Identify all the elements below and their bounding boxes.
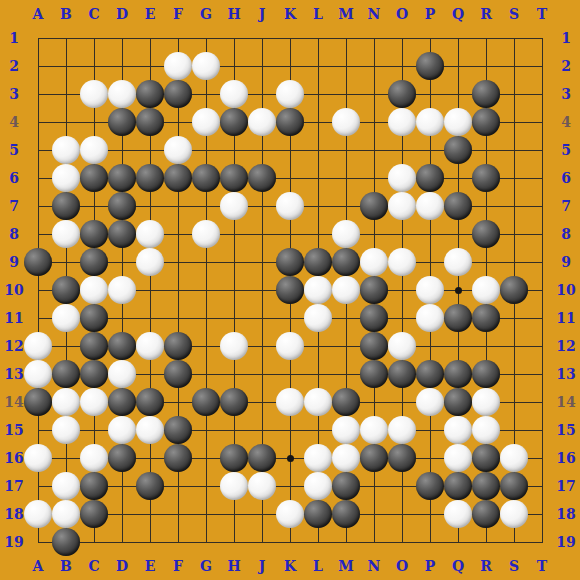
black-stone-Q7 [444,192,472,220]
black-stone-K9 [276,248,304,276]
column-label-bottom-A: A [24,552,52,580]
column-label-top-Q: Q [444,0,472,28]
white-stone-Q4 [444,108,472,136]
black-stone-P2 [416,52,444,80]
white-stone-L16 [304,444,332,472]
black-stone-P13 [416,360,444,388]
column-label-bottom-J: J [248,552,276,580]
go-board: AABBCCDDEEFFGGHHJJKKLLMMNNOOPPQQRRSSTT11… [0,0,580,580]
black-stone-K4 [276,108,304,136]
row-label-left-8: 8 [0,220,28,248]
white-stone-P7 [416,192,444,220]
black-stone-R4 [472,108,500,136]
white-stone-A18 [24,500,52,528]
white-stone-A16 [24,444,52,472]
row-label-left-15: 15 [0,416,28,444]
white-stone-O6 [388,164,416,192]
white-stone-C14 [80,388,108,416]
black-stone-R16 [472,444,500,472]
white-stone-M15 [332,416,360,444]
column-label-top-M: M [332,0,360,28]
black-stone-L9 [304,248,332,276]
white-stone-B5 [52,136,80,164]
column-label-top-K: K [276,0,304,28]
white-stone-B18 [52,500,80,528]
white-stone-D13 [108,360,136,388]
black-stone-A14 [24,388,52,416]
white-stone-K3 [276,80,304,108]
star-point-K16 [287,455,294,462]
black-stone-D4 [108,108,136,136]
white-stone-D15 [108,416,136,444]
column-label-top-R: R [472,0,500,28]
white-stone-H3 [220,80,248,108]
black-stone-C9 [80,248,108,276]
column-label-top-N: N [360,0,388,28]
column-label-bottom-M: M [332,552,360,580]
white-stone-E9 [136,248,164,276]
white-stone-M10 [332,276,360,304]
black-stone-H4 [220,108,248,136]
white-stone-B11 [52,304,80,332]
column-label-top-J: J [248,0,276,28]
row-label-right-2: 2 [552,52,580,80]
black-stone-E4 [136,108,164,136]
black-stone-B10 [52,276,80,304]
row-label-left-10: 10 [0,276,28,304]
black-stone-F6 [164,164,192,192]
black-stone-D7 [108,192,136,220]
black-stone-C8 [80,220,108,248]
black-stone-Q11 [444,304,472,332]
white-stone-E12 [136,332,164,360]
row-label-left-17: 17 [0,472,28,500]
column-label-top-L: L [304,0,332,28]
black-stone-M18 [332,500,360,528]
row-label-right-5: 5 [552,136,580,164]
row-label-left-4: 4 [0,108,28,136]
black-stone-G14 [192,388,220,416]
white-stone-B14 [52,388,80,416]
black-stone-M9 [332,248,360,276]
white-stone-N15 [360,416,388,444]
white-stone-L14 [304,388,332,416]
column-label-bottom-N: N [360,552,388,580]
column-label-top-F: F [164,0,192,28]
row-label-right-4: 4 [552,108,580,136]
black-stone-O13 [388,360,416,388]
column-label-top-P: P [416,0,444,28]
black-stone-Q14 [444,388,472,416]
white-stone-O12 [388,332,416,360]
black-stone-E14 [136,388,164,416]
white-stone-L10 [304,276,332,304]
white-stone-R14 [472,388,500,416]
black-stone-C12 [80,332,108,360]
white-stone-B6 [52,164,80,192]
column-label-top-B: B [52,0,80,28]
row-label-right-7: 7 [552,192,580,220]
black-stone-H14 [220,388,248,416]
white-stone-B17 [52,472,80,500]
black-stone-E17 [136,472,164,500]
black-stone-E6 [136,164,164,192]
black-stone-G6 [192,164,220,192]
column-label-bottom-H: H [220,552,248,580]
black-stone-C6 [80,164,108,192]
row-label-right-11: 11 [552,304,580,332]
white-stone-L17 [304,472,332,500]
black-stone-E3 [136,80,164,108]
row-label-right-3: 3 [552,80,580,108]
column-label-bottom-O: O [388,552,416,580]
black-stone-J16 [248,444,276,472]
black-stone-D14 [108,388,136,416]
black-stone-R18 [472,500,500,528]
black-stone-D12 [108,332,136,360]
black-stone-Q5 [444,136,472,164]
white-stone-J17 [248,472,276,500]
row-label-right-17: 17 [552,472,580,500]
white-stone-Q9 [444,248,472,276]
black-stone-F16 [164,444,192,472]
black-stone-D8 [108,220,136,248]
column-label-bottom-B: B [52,552,80,580]
black-stone-M14 [332,388,360,416]
row-label-right-1: 1 [552,24,580,52]
black-stone-K10 [276,276,304,304]
black-stone-N11 [360,304,388,332]
black-stone-H6 [220,164,248,192]
column-label-bottom-D: D [108,552,136,580]
black-stone-B13 [52,360,80,388]
white-stone-B8 [52,220,80,248]
black-stone-N7 [360,192,388,220]
black-stone-B19 [52,528,80,556]
black-stone-C13 [80,360,108,388]
black-stone-A9 [24,248,52,276]
black-stone-D6 [108,164,136,192]
white-stone-O4 [388,108,416,136]
black-stone-F15 [164,416,192,444]
column-label-top-S: S [500,0,528,28]
black-stone-F12 [164,332,192,360]
black-stone-R6 [472,164,500,192]
column-label-bottom-T: T [528,552,556,580]
column-label-bottom-S: S [500,552,528,580]
white-stone-N9 [360,248,388,276]
white-stone-G2 [192,52,220,80]
column-label-top-G: G [192,0,220,28]
white-stone-G4 [192,108,220,136]
white-stone-A12 [24,332,52,360]
black-stone-R11 [472,304,500,332]
black-stone-P6 [416,164,444,192]
row-label-right-16: 16 [552,444,580,472]
white-stone-D3 [108,80,136,108]
white-stone-K7 [276,192,304,220]
black-stone-H16 [220,444,248,472]
white-stone-L11 [304,304,332,332]
white-stone-S16 [500,444,528,472]
black-stone-N12 [360,332,388,360]
row-label-right-19: 19 [552,528,580,556]
black-stone-F3 [164,80,192,108]
white-stone-C16 [80,444,108,472]
star-point-Q10 [455,287,462,294]
white-stone-B15 [52,416,80,444]
white-stone-P10 [416,276,444,304]
white-stone-E8 [136,220,164,248]
white-stone-R10 [472,276,500,304]
white-stone-R15 [472,416,500,444]
column-label-bottom-R: R [472,552,500,580]
black-stone-R13 [472,360,500,388]
white-stone-F5 [164,136,192,164]
row-label-left-11: 11 [0,304,28,332]
white-stone-K18 [276,500,304,528]
white-stone-D10 [108,276,136,304]
column-label-top-A: A [24,0,52,28]
white-stone-J4 [248,108,276,136]
white-stone-C5 [80,136,108,164]
white-stone-K14 [276,388,304,416]
white-stone-H12 [220,332,248,360]
row-label-right-14: 14 [552,388,580,416]
white-stone-O7 [388,192,416,220]
white-stone-M16 [332,444,360,472]
black-stone-S17 [500,472,528,500]
black-stone-B7 [52,192,80,220]
column-label-top-D: D [108,0,136,28]
column-label-bottom-G: G [192,552,220,580]
column-label-bottom-Q: Q [444,552,472,580]
column-label-bottom-F: F [164,552,192,580]
column-label-bottom-P: P [416,552,444,580]
white-stone-Q18 [444,500,472,528]
white-stone-Q16 [444,444,472,472]
row-label-right-8: 8 [552,220,580,248]
white-stone-H17 [220,472,248,500]
column-label-top-C: C [80,0,108,28]
black-stone-C18 [80,500,108,528]
row-label-right-10: 10 [552,276,580,304]
row-label-left-19: 19 [0,528,28,556]
column-label-bottom-C: C [80,552,108,580]
row-label-left-5: 5 [0,136,28,164]
white-stone-O9 [388,248,416,276]
row-label-right-6: 6 [552,164,580,192]
black-stone-C17 [80,472,108,500]
row-label-right-12: 12 [552,332,580,360]
black-stone-Q13 [444,360,472,388]
black-stone-N13 [360,360,388,388]
column-label-bottom-L: L [304,552,332,580]
white-stone-Q15 [444,416,472,444]
black-stone-C11 [80,304,108,332]
black-stone-F13 [164,360,192,388]
black-stone-Q17 [444,472,472,500]
white-stone-O15 [388,416,416,444]
row-label-left-2: 2 [0,52,28,80]
white-stone-P11 [416,304,444,332]
row-label-right-13: 13 [552,360,580,388]
black-stone-O3 [388,80,416,108]
white-stone-G8 [192,220,220,248]
black-stone-R3 [472,80,500,108]
row-label-right-15: 15 [552,416,580,444]
black-stone-P17 [416,472,444,500]
white-stone-M4 [332,108,360,136]
white-stone-P4 [416,108,444,136]
column-label-bottom-E: E [136,552,164,580]
white-stone-F2 [164,52,192,80]
white-stone-M8 [332,220,360,248]
black-stone-D16 [108,444,136,472]
row-label-right-18: 18 [552,500,580,528]
white-stone-K12 [276,332,304,360]
white-stone-S18 [500,500,528,528]
row-label-left-7: 7 [0,192,28,220]
column-label-top-H: H [220,0,248,28]
black-stone-S10 [500,276,528,304]
column-label-top-O: O [388,0,416,28]
black-stone-L18 [304,500,332,528]
row-label-left-3: 3 [0,80,28,108]
column-label-bottom-K: K [276,552,304,580]
black-stone-R8 [472,220,500,248]
row-label-left-1: 1 [0,24,28,52]
white-stone-A13 [24,360,52,388]
row-label-right-9: 9 [552,248,580,276]
black-stone-N16 [360,444,388,472]
column-label-top-E: E [136,0,164,28]
black-stone-O16 [388,444,416,472]
white-stone-C3 [80,80,108,108]
black-stone-M17 [332,472,360,500]
black-stone-R17 [472,472,500,500]
white-stone-H7 [220,192,248,220]
white-stone-P14 [416,388,444,416]
white-stone-E15 [136,416,164,444]
black-stone-N10 [360,276,388,304]
white-stone-C10 [80,276,108,304]
black-stone-J6 [248,164,276,192]
row-label-left-6: 6 [0,164,28,192]
